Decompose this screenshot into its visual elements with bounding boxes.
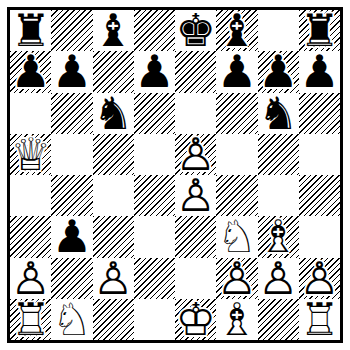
square-e2[interactable] xyxy=(175,258,216,299)
square-g2[interactable]: ♟♙ xyxy=(258,258,299,299)
piece-black-knight[interactable]: ♞ xyxy=(258,93,299,134)
piece-fill-layer: ♟ xyxy=(299,258,340,299)
square-h7[interactable]: ♟ xyxy=(299,51,340,92)
piece-fill-layer: ♛ xyxy=(10,134,51,175)
square-c2[interactable]: ♟♙ xyxy=(93,258,134,299)
piece-glyph: ♟ xyxy=(258,51,299,92)
piece-white-pawn[interactable]: ♟♙ xyxy=(175,175,216,216)
square-d1[interactable] xyxy=(134,299,175,340)
piece-black-pawn[interactable]: ♟ xyxy=(51,51,92,92)
piece-white-bishop[interactable]: ♝♗ xyxy=(216,299,257,340)
piece-glyph: ♝ xyxy=(93,10,134,51)
square-e1[interactable]: ♚♔ xyxy=(175,299,216,340)
piece-black-bishop[interactable]: ♝ xyxy=(93,10,134,51)
piece-outline-layer: ♖ xyxy=(299,299,340,340)
square-d2[interactable] xyxy=(134,258,175,299)
piece-black-knight[interactable]: ♞ xyxy=(93,93,134,134)
piece-black-pawn[interactable]: ♟ xyxy=(299,51,340,92)
piece-outline-layer: ♔ xyxy=(175,299,216,340)
square-f5[interactable] xyxy=(216,134,257,175)
piece-white-knight[interactable]: ♞♘ xyxy=(51,299,92,340)
piece-white-rook[interactable]: ♜♖ xyxy=(10,299,51,340)
piece-glyph: ♟ xyxy=(134,51,175,92)
square-d8[interactable] xyxy=(134,10,175,51)
piece-fill-layer: ♝ xyxy=(216,299,257,340)
square-d3[interactable] xyxy=(134,216,175,257)
piece-black-king[interactable]: ♚ xyxy=(175,10,216,51)
piece-outline-layer: ♖ xyxy=(10,299,51,340)
square-d7[interactable]: ♟ xyxy=(134,51,175,92)
piece-fill-layer: ♞ xyxy=(216,216,257,257)
square-d6[interactable] xyxy=(134,93,175,134)
piece-outline-layer: ♘ xyxy=(216,216,257,257)
square-h3[interactable] xyxy=(299,216,340,257)
piece-black-pawn[interactable]: ♟ xyxy=(51,216,92,257)
chess-diagram: ♜♝♚♝♜♟♟♟♟♟♟♞♞♛♕♟♙♟♙♟♞♘♝♗♟♙♟♙♟♙♟♙♟♙♜♖♞♘♚♔… xyxy=(0,0,350,350)
piece-fill-layer: ♟ xyxy=(258,258,299,299)
piece-black-pawn[interactable]: ♟ xyxy=(216,51,257,92)
piece-black-rook[interactable]: ♜ xyxy=(10,10,51,51)
piece-outline-layer: ♗ xyxy=(258,216,299,257)
piece-outline-layer: ♙ xyxy=(258,258,299,299)
piece-glyph: ♞ xyxy=(258,93,299,134)
piece-black-pawn[interactable]: ♟ xyxy=(10,51,51,92)
square-a8[interactable]: ♜ xyxy=(10,10,51,51)
piece-white-bishop[interactable]: ♝♗ xyxy=(258,216,299,257)
square-e6[interactable] xyxy=(175,93,216,134)
piece-outline-layer: ♕ xyxy=(10,134,51,175)
piece-outline-layer: ♙ xyxy=(175,175,216,216)
square-c7[interactable] xyxy=(93,51,134,92)
piece-white-queen[interactable]: ♛♕ xyxy=(10,134,51,175)
square-c4[interactable] xyxy=(93,175,134,216)
piece-black-rook[interactable]: ♜ xyxy=(299,10,340,51)
square-a2[interactable]: ♟♙ xyxy=(10,258,51,299)
square-f1[interactable]: ♝♗ xyxy=(216,299,257,340)
square-a4[interactable] xyxy=(10,175,51,216)
piece-black-pawn[interactable]: ♟ xyxy=(258,51,299,92)
square-c5[interactable] xyxy=(93,134,134,175)
square-f3[interactable]: ♞♘ xyxy=(216,216,257,257)
square-h1[interactable]: ♜♖ xyxy=(299,299,340,340)
square-e3[interactable] xyxy=(175,216,216,257)
square-e5[interactable]: ♟♙ xyxy=(175,134,216,175)
piece-white-king[interactable]: ♚♔ xyxy=(175,299,216,340)
square-f2[interactable]: ♟♙ xyxy=(216,258,257,299)
square-b2[interactable] xyxy=(51,258,92,299)
piece-outline-layer: ♙ xyxy=(299,258,340,299)
piece-black-bishop[interactable]: ♝ xyxy=(216,10,257,51)
square-b1[interactable]: ♞♘ xyxy=(51,299,92,340)
piece-outline-layer: ♙ xyxy=(93,258,134,299)
piece-outline-layer: ♙ xyxy=(216,258,257,299)
piece-black-pawn[interactable]: ♟ xyxy=(134,51,175,92)
piece-fill-layer: ♟ xyxy=(175,134,216,175)
piece-white-pawn[interactable]: ♟♙ xyxy=(93,258,134,299)
square-g4[interactable] xyxy=(258,175,299,216)
square-g7[interactable]: ♟ xyxy=(258,51,299,92)
piece-fill-layer: ♜ xyxy=(10,299,51,340)
chess-board: ♜♝♚♝♜♟♟♟♟♟♟♞♞♛♕♟♙♟♙♟♞♘♝♗♟♙♟♙♟♙♟♙♟♙♜♖♞♘♚♔… xyxy=(7,7,343,343)
piece-glyph: ♞ xyxy=(93,93,134,134)
square-b8[interactable] xyxy=(51,10,92,51)
piece-white-pawn[interactable]: ♟♙ xyxy=(175,134,216,175)
square-c3[interactable] xyxy=(93,216,134,257)
piece-white-rook[interactable]: ♜♖ xyxy=(299,299,340,340)
square-a7[interactable]: ♟ xyxy=(10,51,51,92)
square-g6[interactable]: ♞ xyxy=(258,93,299,134)
square-e4[interactable]: ♟♙ xyxy=(175,175,216,216)
piece-fill-layer: ♟ xyxy=(216,258,257,299)
square-f7[interactable]: ♟ xyxy=(216,51,257,92)
piece-glyph: ♜ xyxy=(10,10,51,51)
square-b6[interactable] xyxy=(51,93,92,134)
piece-glyph: ♟ xyxy=(299,51,340,92)
square-b3[interactable]: ♟ xyxy=(51,216,92,257)
square-b5[interactable] xyxy=(51,134,92,175)
square-h2[interactable]: ♟♙ xyxy=(299,258,340,299)
square-b7[interactable]: ♟ xyxy=(51,51,92,92)
square-f8[interactable]: ♝ xyxy=(216,10,257,51)
piece-fill-layer: ♞ xyxy=(51,299,92,340)
piece-outline-layer: ♗ xyxy=(216,299,257,340)
piece-white-pawn[interactable]: ♟♙ xyxy=(299,258,340,299)
square-g1[interactable] xyxy=(258,299,299,340)
square-g5[interactable] xyxy=(258,134,299,175)
piece-glyph: ♟ xyxy=(51,51,92,92)
piece-fill-layer: ♟ xyxy=(175,175,216,216)
square-a3[interactable] xyxy=(10,216,51,257)
square-d4[interactable] xyxy=(134,175,175,216)
square-h4[interactable] xyxy=(299,175,340,216)
piece-fill-layer: ♟ xyxy=(10,258,51,299)
square-c8[interactable]: ♝ xyxy=(93,10,134,51)
square-h5[interactable] xyxy=(299,134,340,175)
square-c6[interactable]: ♞ xyxy=(93,93,134,134)
piece-white-pawn[interactable]: ♟♙ xyxy=(10,258,51,299)
piece-fill-layer: ♚ xyxy=(175,299,216,340)
square-a5[interactable]: ♛♕ xyxy=(10,134,51,175)
square-h8[interactable]: ♜ xyxy=(299,10,340,51)
square-g3[interactable]: ♝♗ xyxy=(258,216,299,257)
square-d5[interactable] xyxy=(134,134,175,175)
piece-outline-layer: ♙ xyxy=(175,134,216,175)
piece-white-knight[interactable]: ♞♘ xyxy=(216,216,257,257)
piece-glyph: ♟ xyxy=(51,216,92,257)
square-e8[interactable]: ♚ xyxy=(175,10,216,51)
piece-glyph: ♚ xyxy=(175,10,216,51)
piece-white-pawn[interactable]: ♟♙ xyxy=(216,258,257,299)
piece-glyph: ♟ xyxy=(216,51,257,92)
square-h6[interactable] xyxy=(299,93,340,134)
square-f4[interactable] xyxy=(216,175,257,216)
piece-outline-layer: ♘ xyxy=(51,299,92,340)
piece-white-pawn[interactable]: ♟♙ xyxy=(258,258,299,299)
square-a1[interactable]: ♜♖ xyxy=(10,299,51,340)
piece-glyph: ♝ xyxy=(216,10,257,51)
square-f6[interactable] xyxy=(216,93,257,134)
piece-fill-layer: ♟ xyxy=(93,258,134,299)
square-a6[interactable] xyxy=(10,93,51,134)
square-b4[interactable] xyxy=(51,175,92,216)
piece-glyph: ♜ xyxy=(299,10,340,51)
square-e7[interactable] xyxy=(175,51,216,92)
square-g8[interactable] xyxy=(258,10,299,51)
piece-outline-layer: ♙ xyxy=(10,258,51,299)
piece-fill-layer: ♝ xyxy=(258,216,299,257)
square-c1[interactable] xyxy=(93,299,134,340)
piece-fill-layer: ♜ xyxy=(299,299,340,340)
piece-glyph: ♟ xyxy=(10,51,51,92)
